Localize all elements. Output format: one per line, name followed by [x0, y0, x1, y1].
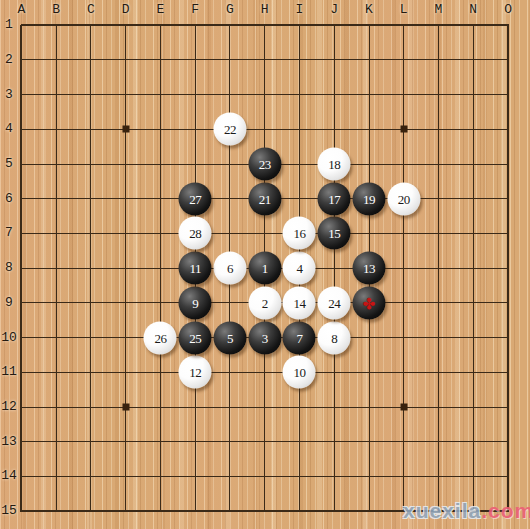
stone-number: 4: [296, 262, 302, 275]
row-label: 1: [5, 18, 13, 32]
column-label: F: [191, 3, 199, 17]
column-label: N: [469, 3, 477, 17]
stone-black: 17: [318, 182, 351, 215]
star-point: [122, 126, 129, 133]
stone-black: 7: [283, 321, 316, 354]
grid-line-horizontal: [21, 129, 509, 130]
stone-white: 12: [179, 356, 212, 389]
stone-black: 21: [248, 182, 281, 215]
stone-number: 13: [363, 262, 375, 275]
stone-number: 6: [227, 262, 233, 275]
grid-line-vertical: [507, 25, 509, 512]
grid-line-vertical: [334, 25, 335, 512]
stone-number: 3: [262, 331, 268, 344]
star-point: [400, 126, 407, 133]
stone-number: 21: [259, 192, 271, 205]
column-label: K: [365, 3, 373, 17]
stone-number: 24: [328, 296, 340, 309]
stone-white: 20: [387, 182, 420, 215]
grid-line-horizontal: [21, 233, 509, 234]
stone-black: 23: [248, 148, 281, 181]
column-label: J: [330, 3, 338, 17]
stone-white: 18: [318, 148, 351, 181]
grid-line-vertical: [56, 25, 57, 512]
last-move-marker-icon: ✤: [363, 295, 376, 310]
row-label: 7: [5, 226, 13, 240]
grid-line-vertical: [403, 25, 404, 512]
grid-line-horizontal: [21, 407, 509, 408]
last-move-stone: ✤: [353, 286, 386, 319]
row-label: 4: [5, 122, 13, 136]
grid-line-horizontal: [21, 94, 509, 95]
stone-number: 23: [259, 158, 271, 171]
stone-number: 2: [262, 296, 268, 309]
grid-line-vertical: [125, 25, 126, 512]
grid-line-horizontal: [21, 372, 509, 373]
stone-number: 26: [154, 331, 166, 344]
stone-black: 27: [179, 182, 212, 215]
stone-number: 17: [328, 192, 340, 205]
stone-number: 18: [328, 158, 340, 171]
stone-number: 11: [189, 262, 201, 275]
row-label: 14: [1, 469, 17, 483]
stone-black: 13: [353, 252, 386, 285]
stone-number: 25: [189, 331, 201, 344]
stone-black: 11: [179, 252, 212, 285]
grid-line-horizontal: [21, 476, 509, 477]
column-label: L: [400, 3, 408, 17]
stone-white: 8: [318, 321, 351, 354]
stone-number: 19: [363, 192, 375, 205]
column-label: G: [226, 3, 234, 17]
stone-number: 10: [293, 366, 305, 379]
column-label: D: [122, 3, 130, 17]
row-label: 2: [5, 53, 13, 67]
row-label: 5: [5, 157, 13, 171]
stone-white: 4: [283, 252, 316, 285]
watermark-tld: .com: [481, 499, 530, 522]
stone-black: 25: [179, 321, 212, 354]
grid-line-vertical: [20, 25, 22, 512]
grid-line-horizontal: [21, 441, 509, 442]
row-label: 13: [1, 435, 17, 449]
stone-number: 5: [227, 331, 233, 344]
stone-white: 24: [318, 286, 351, 319]
stone-black: 3: [248, 321, 281, 354]
stone-white: 2: [248, 286, 281, 319]
grid-line-horizontal: [21, 59, 509, 60]
row-label: 9: [5, 296, 13, 310]
stone-white: 6: [213, 252, 246, 285]
star-point: [400, 404, 407, 411]
column-label: O: [504, 3, 512, 17]
column-label: I: [296, 3, 304, 17]
row-label: 10: [1, 331, 17, 345]
stone-number: 14: [293, 296, 305, 309]
stone-number: 22: [224, 123, 236, 136]
stone-number: 9: [192, 296, 198, 309]
stone-white: 26: [144, 321, 177, 354]
grid-line-horizontal: [21, 24, 509, 26]
stone-white: 10: [283, 356, 316, 389]
grid-line-vertical: [473, 25, 474, 512]
stone-number: 7: [296, 331, 302, 344]
column-label: M: [435, 3, 443, 17]
watermark-name: xuexila: [403, 499, 481, 522]
row-label: 6: [5, 192, 13, 206]
go-board: ABCDEFGHIJKLMNO123456789101112131415 123…: [0, 0, 530, 529]
row-label: 8: [5, 261, 13, 275]
stone-number: 1: [262, 262, 268, 275]
grid-line-vertical: [438, 25, 439, 512]
stone-black: 9: [179, 286, 212, 319]
stone-black: 5: [213, 321, 246, 354]
watermark: xuexila.com: [403, 499, 530, 523]
row-label: 3: [5, 88, 13, 102]
row-label: 11: [1, 365, 17, 379]
stone-number: 28: [189, 227, 201, 240]
grid-line-vertical: [90, 25, 91, 512]
stone-white: 28: [179, 217, 212, 250]
stone-number: 15: [328, 227, 340, 240]
row-label: 12: [1, 400, 17, 414]
grid-line-vertical: [160, 25, 161, 512]
column-label: A: [17, 3, 25, 17]
star-point: [122, 404, 129, 411]
stone-number: 20: [398, 192, 410, 205]
stone-white: 14: [283, 286, 316, 319]
stone-black: 1: [248, 252, 281, 285]
stone-number: 16: [293, 227, 305, 240]
column-label: B: [52, 3, 60, 17]
column-label: C: [87, 3, 95, 17]
stone-number: 8: [331, 331, 337, 344]
stone-white: 16: [283, 217, 316, 250]
column-label: E: [157, 3, 165, 17]
stone-number: 27: [189, 192, 201, 205]
stone-number: 12: [189, 366, 201, 379]
column-label: H: [261, 3, 269, 17]
stone-black: 19: [353, 182, 386, 215]
stone-white: 22: [213, 113, 246, 146]
stone-black: 15: [318, 217, 351, 250]
row-label: 15: [1, 504, 17, 518]
